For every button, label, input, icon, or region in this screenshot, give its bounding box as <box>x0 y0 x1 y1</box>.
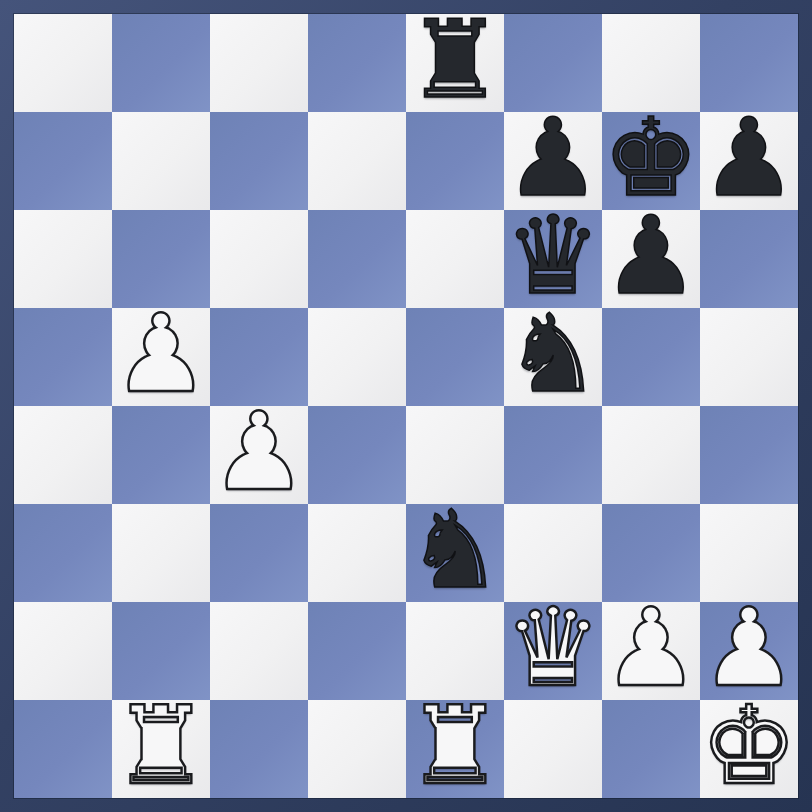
piece-white-king-h1[interactable]: ♚ <box>701 700 798 795</box>
square-e3[interactable]: ♞ <box>406 504 504 602</box>
square-a2[interactable] <box>14 602 112 700</box>
square-b2[interactable] <box>112 602 210 700</box>
piece-black-pawn-f7[interactable]: ♟ <box>505 112 602 207</box>
square-b1[interactable]: ♜ <box>112 700 210 798</box>
square-c4[interactable]: ♟ <box>210 406 308 504</box>
square-f2[interactable]: ♛ <box>504 602 602 700</box>
square-a1[interactable] <box>14 700 112 798</box>
square-a6[interactable] <box>14 210 112 308</box>
square-f5[interactable]: ♞ <box>504 308 602 406</box>
piece-white-rook-e1[interactable]: ♜ <box>407 700 504 795</box>
square-c3[interactable] <box>210 504 308 602</box>
square-e7[interactable] <box>406 112 504 210</box>
square-e1[interactable]: ♜ <box>406 700 504 798</box>
square-d2[interactable] <box>308 602 406 700</box>
piece-black-pawn-g6[interactable]: ♟ <box>603 210 700 305</box>
square-c7[interactable] <box>210 112 308 210</box>
piece-white-queen-f2[interactable]: ♛ <box>505 602 602 697</box>
square-c2[interactable] <box>210 602 308 700</box>
square-e5[interactable] <box>406 308 504 406</box>
square-a4[interactable] <box>14 406 112 504</box>
square-g7[interactable]: ♚ <box>602 112 700 210</box>
square-h6[interactable] <box>700 210 798 308</box>
square-h8[interactable] <box>700 14 798 112</box>
square-h3[interactable] <box>700 504 798 602</box>
square-g4[interactable] <box>602 406 700 504</box>
square-d8[interactable] <box>308 14 406 112</box>
square-b3[interactable] <box>112 504 210 602</box>
piece-white-pawn-h2[interactable]: ♟ <box>701 602 798 697</box>
square-c1[interactable] <box>210 700 308 798</box>
square-b6[interactable] <box>112 210 210 308</box>
square-f8[interactable] <box>504 14 602 112</box>
square-d6[interactable] <box>308 210 406 308</box>
square-b7[interactable] <box>112 112 210 210</box>
square-h5[interactable] <box>700 308 798 406</box>
square-c5[interactable] <box>210 308 308 406</box>
square-f3[interactable] <box>504 504 602 602</box>
piece-black-queen-f6[interactable]: ♛ <box>505 210 602 305</box>
square-e2[interactable] <box>406 602 504 700</box>
square-e4[interactable] <box>406 406 504 504</box>
square-h4[interactable] <box>700 406 798 504</box>
square-a7[interactable] <box>14 112 112 210</box>
square-d5[interactable] <box>308 308 406 406</box>
square-g1[interactable] <box>602 700 700 798</box>
piece-white-pawn-b5[interactable]: ♟ <box>113 308 210 403</box>
square-f7[interactable]: ♟ <box>504 112 602 210</box>
square-c6[interactable] <box>210 210 308 308</box>
square-h1[interactable]: ♚ <box>700 700 798 798</box>
square-b4[interactable] <box>112 406 210 504</box>
square-g6[interactable]: ♟ <box>602 210 700 308</box>
square-d4[interactable] <box>308 406 406 504</box>
piece-black-pawn-h7[interactable]: ♟ <box>701 112 798 207</box>
piece-black-knight-e3[interactable]: ♞ <box>407 504 504 599</box>
piece-black-rook-e8[interactable]: ♜ <box>407 14 504 109</box>
square-f6[interactable]: ♛ <box>504 210 602 308</box>
square-d3[interactable] <box>308 504 406 602</box>
square-g3[interactable] <box>602 504 700 602</box>
square-d7[interactable] <box>308 112 406 210</box>
square-b5[interactable]: ♟ <box>112 308 210 406</box>
square-f4[interactable] <box>504 406 602 504</box>
piece-black-king-g7[interactable]: ♚ <box>603 112 700 207</box>
piece-white-pawn-c4[interactable]: ♟ <box>211 406 308 501</box>
square-a8[interactable] <box>14 14 112 112</box>
square-g5[interactable] <box>602 308 700 406</box>
square-a5[interactable] <box>14 308 112 406</box>
chess-board: ♜♟♚♟♛♟♟♞♟♞♛♟♟♜♜♚ <box>14 14 798 798</box>
piece-black-knight-f5[interactable]: ♞ <box>505 308 602 403</box>
square-d1[interactable] <box>308 700 406 798</box>
square-f1[interactable] <box>504 700 602 798</box>
piece-white-rook-b1[interactable]: ♜ <box>113 700 210 795</box>
square-c8[interactable] <box>210 14 308 112</box>
board-frame: ♜♟♚♟♛♟♟♞♟♞♛♟♟♜♜♚ <box>0 0 812 812</box>
square-h2[interactable]: ♟ <box>700 602 798 700</box>
square-a3[interactable] <box>14 504 112 602</box>
square-g2[interactable]: ♟ <box>602 602 700 700</box>
square-h7[interactable]: ♟ <box>700 112 798 210</box>
square-e6[interactable] <box>406 210 504 308</box>
square-b8[interactable] <box>112 14 210 112</box>
piece-white-pawn-g2[interactable]: ♟ <box>603 602 700 697</box>
square-g8[interactable] <box>602 14 700 112</box>
square-e8[interactable]: ♜ <box>406 14 504 112</box>
